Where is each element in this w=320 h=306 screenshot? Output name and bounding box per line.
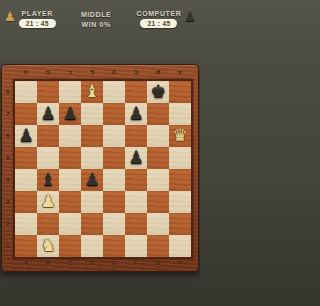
chess-app-screen: { "game": "chess", "header": { "player":… <box>0 0 200 306</box>
square-g3[interactable] <box>147 191 169 213</box>
square-e2[interactable] <box>103 213 125 235</box>
square-e6[interactable] <box>103 125 125 147</box>
square-h6[interactable]: ♛ <box>169 125 191 147</box>
square-g2[interactable] <box>147 213 169 235</box>
piece-black-king[interactable]: ♚ <box>147 81 169 103</box>
square-e8[interactable] <box>103 81 125 103</box>
square-g6[interactable] <box>147 125 169 147</box>
square-c6[interactable] <box>59 125 81 147</box>
square-d1[interactable] <box>81 235 103 257</box>
square-c5[interactable] <box>59 147 81 169</box>
piece-white-knight[interactable]: ♞ <box>37 235 59 257</box>
square-d5[interactable] <box>81 147 103 169</box>
square-g8[interactable]: ♚ <box>147 81 169 103</box>
square-c8[interactable] <box>59 81 81 103</box>
coord-label: E <box>103 258 125 268</box>
square-a7[interactable] <box>15 103 37 125</box>
square-b2[interactable] <box>37 213 59 235</box>
coord-label: A <box>15 258 37 268</box>
square-a6[interactable]: ♟ <box>15 125 37 147</box>
square-e5[interactable] <box>103 147 125 169</box>
coord-label: B <box>147 67 169 77</box>
file-labels-top: ABCDEFGH <box>15 67 191 77</box>
piece-black-pawn[interactable]: ♟ <box>81 169 103 191</box>
square-g1[interactable] <box>147 235 169 257</box>
piece-white-pawn[interactable]: ♟ <box>37 191 59 213</box>
coord-label: 2 <box>4 213 12 235</box>
coord-label: H <box>15 67 37 77</box>
square-a3[interactable] <box>15 191 37 213</box>
piece-black-pawn[interactable]: ♟ <box>37 103 59 125</box>
coord-label: C <box>125 67 147 77</box>
square-f4[interactable] <box>125 169 147 191</box>
coord-label: 6 <box>4 125 12 147</box>
square-f8[interactable] <box>125 81 147 103</box>
square-b1[interactable]: ♞ <box>37 235 59 257</box>
piece-black-bishop[interactable]: ♝ <box>37 169 59 191</box>
square-g5[interactable] <box>147 147 169 169</box>
square-h7[interactable] <box>169 103 191 125</box>
player-panel: ♟ PLAYER 21 : 45 <box>4 10 56 28</box>
square-c7[interactable]: ♟ <box>59 103 81 125</box>
square-h8[interactable] <box>169 81 191 103</box>
square-h3[interactable] <box>169 191 191 213</box>
piece-white-bishop[interactable]: ♝ <box>81 81 103 103</box>
chess-board: ♝♚♟♟♟♟♛♟♝♟♟♞ <box>13 79 193 259</box>
square-d4[interactable]: ♟ <box>81 169 103 191</box>
square-h1[interactable] <box>169 235 191 257</box>
square-d7[interactable] <box>81 103 103 125</box>
square-f1[interactable] <box>125 235 147 257</box>
black-pawn-icon: ♟ <box>184 10 196 24</box>
piece-white-queen[interactable]: ♛ <box>169 125 191 147</box>
player-label: PLAYER <box>22 10 53 17</box>
coord-label: 7 <box>4 103 12 125</box>
coord-label: D <box>103 67 125 77</box>
piece-black-pawn[interactable]: ♟ <box>125 103 147 125</box>
coord-label: A <box>169 67 191 77</box>
square-a4[interactable] <box>15 169 37 191</box>
computer-score-badge: 21 : 45 <box>140 19 177 28</box>
coord-label: 1 <box>4 235 12 257</box>
computer-panel: COMPUTER 21 : 45 ♟ <box>136 10 196 28</box>
square-c3[interactable] <box>59 191 81 213</box>
square-b8[interactable] <box>37 81 59 103</box>
square-e1[interactable] <box>103 235 125 257</box>
coord-label: C <box>59 258 81 268</box>
square-a2[interactable] <box>15 213 37 235</box>
square-e3[interactable] <box>103 191 125 213</box>
piece-black-pawn[interactable]: ♟ <box>59 103 81 125</box>
square-f6[interactable] <box>125 125 147 147</box>
square-b6[interactable] <box>37 125 59 147</box>
file-labels-bottom: ABCDEFGH <box>15 258 191 268</box>
header-bar: ♟ PLAYER 21 : 45 MIDDLE WIN 0% COMPUTER … <box>0 0 200 38</box>
square-h2[interactable] <box>169 213 191 235</box>
square-a8[interactable] <box>15 81 37 103</box>
white-pawn-icon: ♟ <box>4 10 16 24</box>
square-e4[interactable] <box>103 169 125 191</box>
computer-label: COMPUTER <box>136 10 181 17</box>
square-b4[interactable]: ♝ <box>37 169 59 191</box>
square-d8[interactable]: ♝ <box>81 81 103 103</box>
coord-label: F <box>125 258 147 268</box>
square-g4[interactable] <box>147 169 169 191</box>
coord-label: D <box>81 258 103 268</box>
square-c4[interactable] <box>59 169 81 191</box>
square-c2[interactable] <box>59 213 81 235</box>
square-b7[interactable]: ♟ <box>37 103 59 125</box>
coord-label: 4 <box>4 169 12 191</box>
square-a5[interactable] <box>15 147 37 169</box>
coord-label: 5 <box>4 147 12 169</box>
coord-label: B <box>37 258 59 268</box>
square-e7[interactable] <box>103 103 125 125</box>
coord-label: E <box>81 67 103 77</box>
square-f2[interactable] <box>125 213 147 235</box>
square-a1[interactable] <box>15 235 37 257</box>
square-f7[interactable]: ♟ <box>125 103 147 125</box>
square-h5[interactable] <box>169 147 191 169</box>
coord-label: 8 <box>4 81 12 103</box>
coord-label: 3 <box>4 191 12 213</box>
square-g7[interactable] <box>147 103 169 125</box>
player-score-badge: 21 : 45 <box>19 19 56 28</box>
win-percentage-label: WIN 0% <box>81 21 110 28</box>
square-b3[interactable]: ♟ <box>37 191 59 213</box>
coord-label: G <box>37 67 59 77</box>
square-d2[interactable] <box>81 213 103 235</box>
board-frame: ABCDEFGH 87654321 87654321 ABCDEFGH ♝♚♟♟… <box>1 64 199 272</box>
rank-labels-left: 87654321 <box>4 81 12 257</box>
piece-black-pawn[interactable]: ♟ <box>125 147 147 169</box>
square-d3[interactable] <box>81 191 103 213</box>
game-status-panel: MIDDLE WIN 0% <box>81 11 111 28</box>
level-label: MIDDLE <box>81 11 111 18</box>
square-f3[interactable] <box>125 191 147 213</box>
square-c1[interactable] <box>59 235 81 257</box>
square-f5[interactable]: ♟ <box>125 147 147 169</box>
square-h4[interactable] <box>169 169 191 191</box>
coord-label: F <box>59 67 81 77</box>
coord-label: H <box>169 258 191 268</box>
coord-label: G <box>147 258 169 268</box>
square-d6[interactable] <box>81 125 103 147</box>
piece-black-pawn[interactable]: ♟ <box>15 125 37 147</box>
square-b5[interactable] <box>37 147 59 169</box>
